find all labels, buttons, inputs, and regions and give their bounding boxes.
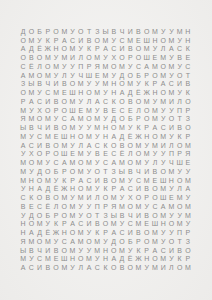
grid-cell[interactable]: А	[27, 228, 35, 237]
grid-cell[interactable]: Д	[35, 167, 43, 176]
grid-cell[interactable]: О	[110, 246, 118, 255]
grid-cell[interactable]: Л	[167, 263, 175, 272]
grid-cell[interactable]: Ч	[118, 27, 126, 36]
grid-cell[interactable]: О	[134, 53, 142, 62]
grid-cell[interactable]: У	[159, 150, 167, 159]
grid-cell[interactable]: А	[110, 132, 118, 141]
grid-cell[interactable]: В	[101, 176, 109, 185]
grid-cell[interactable]: О	[167, 237, 175, 246]
grid-cell[interactable]: Р	[184, 132, 192, 141]
grid-cell[interactable]: М	[77, 228, 85, 237]
grid-cell[interactable]: О	[93, 167, 101, 176]
grid-cell[interactable]: Н	[159, 220, 167, 229]
grid-cell[interactable]: М	[85, 106, 93, 115]
grid-cell[interactable]: А	[151, 246, 159, 255]
grid-cell[interactable]: Н	[68, 255, 76, 264]
grid-cell[interactable]: М	[27, 115, 35, 124]
grid-cell[interactable]: П	[93, 202, 101, 211]
grid-cell[interactable]: М	[68, 45, 76, 54]
grid-cell[interactable]: У	[52, 115, 60, 124]
grid-cell[interactable]: У	[143, 141, 151, 150]
grid-cell[interactable]: И	[134, 211, 142, 220]
grid-cell[interactable]: О	[44, 167, 52, 176]
grid-cell[interactable]: Х	[110, 53, 118, 62]
grid-cell[interactable]: И	[35, 141, 43, 150]
grid-cell[interactable]: К	[27, 193, 35, 202]
grid-cell[interactable]: К	[101, 185, 109, 194]
grid-cell[interactable]: У	[167, 211, 175, 220]
grid-cell[interactable]: М	[118, 246, 126, 255]
grid-cell[interactable]: Л	[77, 141, 85, 150]
grid-cell[interactable]: Н	[101, 246, 109, 255]
grid-cell[interactable]: Д	[110, 115, 118, 124]
grid-cell[interactable]: О	[77, 185, 85, 194]
grid-cell[interactable]: О	[35, 193, 43, 202]
grid-cell[interactable]: В	[44, 263, 52, 272]
grid-cell[interactable]: М	[52, 88, 60, 97]
grid-cell[interactable]: М	[19, 167, 27, 176]
grid-cell[interactable]: О	[35, 150, 43, 159]
grid-cell[interactable]: Ы	[27, 80, 35, 89]
grid-cell[interactable]: Д	[110, 237, 118, 246]
grid-cell[interactable]: О	[85, 115, 93, 124]
grid-cell[interactable]: М	[60, 27, 68, 36]
grid-cell[interactable]: В	[93, 150, 101, 159]
grid-cell[interactable]: В	[85, 36, 93, 45]
grid-cell[interactable]: О	[52, 193, 60, 202]
grid-cell[interactable]: В	[126, 97, 134, 106]
grid-cell[interactable]: М	[19, 176, 27, 185]
grid-cell[interactable]: Н	[68, 185, 76, 194]
grid-cell[interactable]: У	[27, 132, 35, 141]
grid-cell[interactable]: К	[134, 246, 142, 255]
grid-cell[interactable]: И	[167, 246, 175, 255]
grid-cell[interactable]: М	[167, 88, 175, 97]
grid-cell[interactable]: М	[68, 202, 76, 211]
grid-cell[interactable]: Н	[52, 45, 60, 54]
grid-cell[interactable]: Д	[35, 228, 43, 237]
grid-cell[interactable]: М	[52, 62, 60, 71]
grid-cell[interactable]: Ж	[44, 45, 52, 54]
grid-cell[interactable]: О	[19, 88, 27, 97]
grid-cell[interactable]: О	[110, 123, 118, 132]
grid-cell[interactable]: У	[159, 106, 167, 115]
grid-cell[interactable]: А	[159, 80, 167, 89]
grid-cell[interactable]: О	[85, 53, 93, 62]
grid-cell[interactable]: Р	[110, 185, 118, 194]
grid-cell[interactable]: М	[44, 115, 52, 124]
grid-cell[interactable]: У	[44, 158, 52, 167]
grid-cell[interactable]: Е	[151, 53, 159, 62]
grid-cell[interactable]: М	[184, 176, 192, 185]
grid-cell[interactable]: В	[52, 246, 60, 255]
grid-cell[interactable]: М	[44, 53, 52, 62]
grid-cell[interactable]: М	[184, 263, 192, 272]
grid-cell[interactable]: Л	[85, 97, 93, 106]
grid-cell[interactable]: С	[27, 141, 35, 150]
grid-cell[interactable]: У	[85, 150, 93, 159]
grid-cell[interactable]: Л	[93, 193, 101, 202]
grid-cell[interactable]: У	[101, 115, 109, 124]
grid-cell[interactable]: У	[159, 228, 167, 237]
grid-cell[interactable]: Б	[35, 27, 43, 36]
grid-cell[interactable]: Ч	[77, 71, 85, 80]
grid-cell[interactable]: Т	[176, 115, 184, 124]
grid-cell[interactable]: О	[77, 132, 85, 141]
grid-cell[interactable]: О	[176, 71, 184, 80]
grid-cell[interactable]: О	[52, 27, 60, 36]
grid-cell[interactable]: О	[85, 88, 93, 97]
grid-cell[interactable]: И	[85, 193, 93, 202]
grid-cell[interactable]: О	[176, 141, 184, 150]
grid-cell[interactable]: О	[184, 123, 192, 132]
grid-cell[interactable]: И	[167, 97, 175, 106]
grid-cell[interactable]: Е	[126, 106, 134, 115]
grid-cell[interactable]: М	[143, 45, 151, 54]
grid-cell[interactable]: О	[27, 158, 35, 167]
grid-cell[interactable]: У	[167, 228, 175, 237]
grid-cell[interactable]: О	[159, 62, 167, 71]
grid-cell[interactable]: О	[159, 88, 167, 97]
grid-cell[interactable]: Ж	[134, 132, 142, 141]
grid-cell[interactable]: Т	[85, 27, 93, 36]
grid-cell[interactable]: Д	[27, 211, 35, 220]
grid-cell[interactable]: Д	[118, 132, 126, 141]
grid-cell[interactable]: З	[110, 167, 118, 176]
grid-cell[interactable]: О	[60, 202, 68, 211]
grid-cell[interactable]: М	[27, 71, 35, 80]
grid-cell[interactable]: У	[159, 27, 167, 36]
grid-cell[interactable]: В	[118, 211, 126, 220]
grid-cell[interactable]: Е	[27, 202, 35, 211]
grid-cell[interactable]: Н	[19, 220, 27, 229]
grid-cell[interactable]: Б	[126, 237, 134, 246]
grid-cell[interactable]: А	[68, 115, 76, 124]
grid-cell[interactable]: О	[118, 80, 126, 89]
grid-cell[interactable]: Р	[101, 202, 109, 211]
grid-cell[interactable]: В	[176, 123, 184, 132]
grid-cell[interactable]: Ж	[143, 88, 151, 97]
grid-cell[interactable]: М	[159, 185, 167, 194]
grid-cell[interactable]: О	[143, 106, 151, 115]
grid-cell[interactable]: А	[110, 158, 118, 167]
grid-cell[interactable]: О	[118, 97, 126, 106]
grid-cell[interactable]: М	[126, 80, 134, 89]
grid-cell[interactable]: З	[184, 115, 192, 124]
grid-cell[interactable]: Н	[110, 80, 118, 89]
grid-cell[interactable]: Л	[176, 97, 184, 106]
grid-cell[interactable]: У	[93, 80, 101, 89]
grid-cell[interactable]: В	[44, 193, 52, 202]
grid-cell[interactable]: С	[118, 36, 126, 45]
grid-cell[interactable]: М	[151, 237, 159, 246]
grid-cell[interactable]: П	[77, 62, 85, 71]
grid-cell[interactable]: О	[35, 115, 43, 124]
grid-cell[interactable]: О	[143, 27, 151, 36]
grid-cell[interactable]: В	[143, 211, 151, 220]
grid-cell[interactable]: М	[93, 88, 101, 97]
grid-cell[interactable]: О	[52, 263, 60, 272]
grid-cell[interactable]: М	[143, 97, 151, 106]
grid-cell[interactable]: У	[93, 158, 101, 167]
grid-cell[interactable]: М	[159, 53, 167, 62]
grid-cell[interactable]: А	[19, 71, 27, 80]
grid-cell[interactable]: О	[143, 237, 151, 246]
grid-cell[interactable]: О	[110, 62, 118, 71]
grid-cell[interactable]: М	[134, 202, 142, 211]
grid-cell[interactable]: В	[93, 220, 101, 229]
grid-cell[interactable]: У	[68, 27, 76, 36]
grid-cell[interactable]: О	[101, 193, 109, 202]
grid-cell[interactable]: О	[184, 246, 192, 255]
grid-cell[interactable]: Н	[151, 36, 159, 45]
grid-cell[interactable]: М	[77, 237, 85, 246]
grid-cell[interactable]: Е	[52, 255, 60, 264]
grid-cell[interactable]: Р	[126, 53, 134, 62]
grid-cell[interactable]: У	[68, 193, 76, 202]
grid-cell[interactable]: А	[93, 97, 101, 106]
grid-cell[interactable]: И	[126, 228, 134, 237]
grid-cell[interactable]: К	[101, 263, 109, 272]
grid-cell[interactable]: У	[143, 202, 151, 211]
grid-cell[interactable]: У	[44, 220, 52, 229]
grid-cell[interactable]: А	[151, 123, 159, 132]
grid-cell[interactable]: Е	[143, 220, 151, 229]
grid-cell[interactable]: С	[118, 106, 126, 115]
grid-cell[interactable]: У	[167, 27, 175, 36]
grid-cell[interactable]: А	[85, 263, 93, 272]
grid-cell[interactable]: Н	[110, 88, 118, 97]
grid-cell[interactable]: Т	[184, 71, 192, 80]
grid-cell[interactable]: Б	[44, 211, 52, 220]
grid-cell[interactable]: О	[35, 71, 43, 80]
grid-cell[interactable]: У	[35, 36, 43, 45]
grid-cell[interactable]: М	[85, 158, 93, 167]
grid-cell[interactable]: Б	[126, 115, 134, 124]
grid-cell[interactable]: И	[85, 220, 93, 229]
grid-cell[interactable]: У	[151, 150, 159, 159]
grid-cell[interactable]: У	[176, 88, 184, 97]
grid-cell[interactable]: М	[19, 255, 27, 264]
grid-cell[interactable]: У	[93, 255, 101, 264]
grid-cell[interactable]: М	[176, 193, 184, 202]
grid-cell[interactable]: А	[19, 263, 27, 272]
grid-cell[interactable]: С	[19, 62, 27, 71]
grid-cell[interactable]: И	[159, 263, 167, 272]
grid-cell[interactable]: К	[60, 176, 68, 185]
grid-cell[interactable]: Н	[143, 132, 151, 141]
grid-cell[interactable]: О	[126, 71, 134, 80]
grid-cell[interactable]: Ё	[27, 62, 35, 71]
grid-cell[interactable]: М	[118, 62, 126, 71]
grid-cell[interactable]: К	[184, 45, 192, 54]
grid-cell[interactable]: И	[118, 45, 126, 54]
grid-cell[interactable]: У	[151, 97, 159, 106]
grid-cell[interactable]: С	[126, 220, 134, 229]
grid-cell[interactable]: Р	[68, 176, 76, 185]
grid-cell[interactable]: Р	[134, 115, 142, 124]
grid-cell[interactable]: Т	[93, 211, 101, 220]
grid-cell[interactable]: С	[35, 132, 43, 141]
grid-cell[interactable]: Р	[176, 150, 184, 159]
grid-cell[interactable]: М	[134, 220, 142, 229]
grid-cell[interactable]: М	[118, 123, 126, 132]
grid-cell[interactable]: М	[134, 141, 142, 150]
grid-cell[interactable]: Ш	[176, 158, 184, 167]
grid-cell[interactable]: М	[167, 167, 175, 176]
grid-cell[interactable]: М	[27, 88, 35, 97]
grid-cell[interactable]: Р	[143, 193, 151, 202]
grid-cell[interactable]: П	[176, 228, 184, 237]
grid-cell[interactable]: Р	[143, 71, 151, 80]
grid-cell[interactable]: М	[60, 141, 68, 150]
grid-cell[interactable]: Е	[110, 106, 118, 115]
grid-cell[interactable]: А	[19, 45, 27, 54]
grid-cell[interactable]: М	[159, 211, 167, 220]
grid-cell[interactable]: М	[27, 237, 35, 246]
grid-cell[interactable]: О	[77, 255, 85, 264]
grid-cell[interactable]: У	[68, 62, 76, 71]
grid-cell[interactable]: О	[27, 220, 35, 229]
grid-cell[interactable]: С	[77, 220, 85, 229]
grid-cell[interactable]: Р	[60, 167, 68, 176]
grid-cell[interactable]: М	[93, 246, 101, 255]
grid-cell[interactable]: О	[60, 211, 68, 220]
grid-cell[interactable]: Р	[151, 80, 159, 89]
grid-cell[interactable]: Е	[68, 150, 76, 159]
grid-cell[interactable]: Ш	[68, 106, 76, 115]
grid-cell[interactable]: В	[27, 123, 35, 132]
grid-cell[interactable]: М	[184, 202, 192, 211]
grid-cell[interactable]: М	[44, 132, 52, 141]
grid-cell[interactable]: О	[151, 193, 159, 202]
grid-cell[interactable]: У	[167, 132, 175, 141]
grid-cell[interactable]: М	[19, 106, 27, 115]
grid-cell[interactable]: О	[35, 176, 43, 185]
grid-cell[interactable]: А	[143, 62, 151, 71]
grid-cell[interactable]: М	[151, 27, 159, 36]
grid-cell[interactable]: В	[35, 80, 43, 89]
grid-cell[interactable]: М	[110, 220, 118, 229]
grid-cell[interactable]: У	[184, 220, 192, 229]
grid-cell[interactable]: Т	[101, 167, 109, 176]
grid-cell[interactable]: Ы	[19, 123, 27, 132]
grid-cell[interactable]: М	[27, 36, 35, 45]
grid-cell[interactable]: А	[110, 255, 118, 264]
grid-cell[interactable]: Ё	[126, 255, 134, 264]
grid-cell[interactable]: У	[68, 71, 76, 80]
grid-cell[interactable]: И	[126, 27, 134, 36]
grid-cell[interactable]: Р	[52, 36, 60, 45]
grid-cell[interactable]: М	[85, 185, 93, 194]
grid-cell[interactable]: Я	[184, 150, 192, 159]
grid-cell[interactable]: Р	[184, 228, 192, 237]
grid-cell[interactable]: Л	[126, 150, 134, 159]
grid-cell[interactable]: К	[176, 132, 184, 141]
grid-cell[interactable]: М	[151, 263, 159, 272]
grid-cell[interactable]: Л	[77, 263, 85, 272]
grid-cell[interactable]: М	[85, 132, 93, 141]
grid-cell[interactable]: Д	[44, 185, 52, 194]
grid-cell[interactable]: С	[68, 36, 76, 45]
grid-cell[interactable]: Р	[52, 106, 60, 115]
grid-cell[interactable]: В	[134, 27, 142, 36]
grid-cell[interactable]: М	[93, 237, 101, 246]
grid-cell[interactable]: У	[52, 176, 60, 185]
grid-cell[interactable]: У	[134, 80, 142, 89]
grid-cell[interactable]: В	[134, 228, 142, 237]
grid-cell[interactable]: М	[19, 158, 27, 167]
grid-cell[interactable]: О	[110, 141, 118, 150]
grid-cell[interactable]: О	[143, 228, 151, 237]
grid-cell[interactable]: Н	[184, 36, 192, 45]
grid-cell[interactable]: У	[68, 263, 76, 272]
grid-cell[interactable]: О	[19, 53, 27, 62]
grid-cell[interactable]: М	[151, 115, 159, 124]
grid-cell[interactable]: И	[167, 123, 175, 132]
grid-cell[interactable]: О	[101, 220, 109, 229]
grid-cell[interactable]: З	[184, 237, 192, 246]
grid-cell[interactable]: М	[151, 62, 159, 71]
grid-cell[interactable]: М	[44, 255, 52, 264]
grid-cell[interactable]: О	[126, 263, 134, 272]
grid-cell[interactable]: Ч	[44, 80, 52, 89]
grid-cell[interactable]: Л	[77, 53, 85, 62]
grid-cell[interactable]: О	[126, 202, 134, 211]
grid-cell[interactable]: М	[60, 53, 68, 62]
grid-cell[interactable]: М	[151, 106, 159, 115]
grid-cell[interactable]: С	[52, 158, 60, 167]
grid-cell[interactable]: Ж	[134, 255, 142, 264]
grid-cell[interactable]: О	[110, 176, 118, 185]
grid-cell[interactable]: О	[77, 27, 85, 36]
grid-cell[interactable]: М	[44, 176, 52, 185]
grid-cell[interactable]: У	[126, 62, 134, 71]
grid-cell[interactable]: И	[44, 123, 52, 132]
grid-cell[interactable]: А	[118, 185, 126, 194]
grid-cell[interactable]: О	[176, 263, 184, 272]
grid-cell[interactable]: М	[151, 228, 159, 237]
grid-cell[interactable]: Ё	[35, 45, 43, 54]
grid-cell[interactable]: Я	[93, 62, 101, 71]
grid-cell[interactable]: У	[68, 141, 76, 150]
grid-cell[interactable]: В	[101, 106, 109, 115]
grid-cell[interactable]: О	[19, 36, 27, 45]
grid-cell[interactable]: А	[68, 220, 76, 229]
grid-cell[interactable]: У	[101, 88, 109, 97]
grid-cell[interactable]: У	[19, 185, 27, 194]
grid-cell[interactable]: Д	[27, 45, 35, 54]
grid-cell[interactable]: В	[126, 167, 134, 176]
grid-cell[interactable]: У	[19, 211, 27, 220]
grid-cell[interactable]: С	[151, 202, 159, 211]
grid-cell[interactable]: Х	[126, 193, 134, 202]
grid-cell[interactable]: Л	[159, 45, 167, 54]
grid-cell[interactable]: Ы	[118, 167, 126, 176]
grid-cell[interactable]: И	[134, 185, 142, 194]
grid-cell[interactable]: С	[85, 176, 93, 185]
grid-cell[interactable]: Ш	[60, 255, 68, 264]
grid-cell[interactable]: М	[167, 62, 175, 71]
grid-cell[interactable]: Е	[101, 150, 109, 159]
grid-cell[interactable]: С	[60, 237, 68, 246]
grid-cell[interactable]: У	[93, 132, 101, 141]
grid-cell[interactable]: М	[68, 123, 76, 132]
grid-cell[interactable]: В	[118, 141, 126, 150]
grid-cell[interactable]: О	[151, 185, 159, 194]
grid-cell[interactable]: У	[159, 237, 167, 246]
grid-cell[interactable]: О	[151, 255, 159, 264]
